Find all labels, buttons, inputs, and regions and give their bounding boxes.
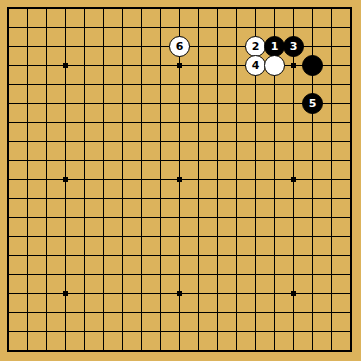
intersection[interactable]	[37, 151, 56, 170]
intersection[interactable]	[132, 132, 151, 151]
intersection[interactable]	[18, 265, 37, 284]
intersection[interactable]	[246, 151, 265, 170]
intersection[interactable]	[94, 170, 113, 189]
intersection[interactable]	[189, 341, 208, 360]
intersection[interactable]	[170, 265, 189, 284]
intersection[interactable]	[151, 18, 170, 37]
intersection[interactable]	[170, 151, 189, 170]
intersection[interactable]	[18, 75, 37, 94]
intersection[interactable]	[227, 170, 246, 189]
intersection[interactable]	[18, 284, 37, 303]
intersection[interactable]	[303, 227, 322, 246]
intersection[interactable]	[341, 18, 360, 37]
intersection[interactable]	[208, 284, 227, 303]
intersection[interactable]	[0, 303, 18, 322]
intersection[interactable]	[94, 208, 113, 227]
intersection[interactable]	[303, 0, 322, 18]
intersection[interactable]	[322, 113, 341, 132]
intersection[interactable]	[0, 113, 18, 132]
intersection[interactable]	[56, 189, 75, 208]
intersection[interactable]	[151, 208, 170, 227]
intersection[interactable]	[284, 227, 303, 246]
intersection[interactable]	[113, 132, 132, 151]
intersection[interactable]	[132, 151, 151, 170]
intersection[interactable]	[265, 151, 284, 170]
intersection[interactable]	[18, 208, 37, 227]
intersection[interactable]	[246, 75, 265, 94]
intersection[interactable]	[75, 303, 94, 322]
intersection[interactable]	[37, 284, 56, 303]
intersection[interactable]	[303, 265, 322, 284]
intersection[interactable]	[208, 189, 227, 208]
intersection[interactable]	[0, 246, 18, 265]
intersection[interactable]	[189, 265, 208, 284]
intersection[interactable]	[94, 151, 113, 170]
intersection[interactable]	[56, 56, 75, 75]
intersection[interactable]	[227, 75, 246, 94]
intersection[interactable]	[227, 56, 246, 75]
intersection[interactable]	[170, 208, 189, 227]
intersection[interactable]	[170, 189, 189, 208]
intersection[interactable]	[0, 341, 18, 360]
intersection[interactable]: 5	[303, 94, 322, 113]
intersection[interactable]	[75, 56, 94, 75]
intersection[interactable]	[132, 246, 151, 265]
intersection[interactable]	[151, 170, 170, 189]
intersection[interactable]	[227, 18, 246, 37]
intersection[interactable]	[151, 132, 170, 151]
intersection[interactable]	[37, 265, 56, 284]
intersection[interactable]	[284, 18, 303, 37]
intersection[interactable]	[189, 0, 208, 18]
intersection[interactable]	[75, 246, 94, 265]
intersection[interactable]	[18, 189, 37, 208]
intersection[interactable]	[0, 208, 18, 227]
intersection[interactable]	[18, 151, 37, 170]
intersection[interactable]	[284, 113, 303, 132]
intersection[interactable]	[18, 18, 37, 37]
intersection[interactable]	[37, 208, 56, 227]
intersection[interactable]: 6	[170, 37, 189, 56]
intersection[interactable]	[56, 132, 75, 151]
intersection[interactable]	[132, 37, 151, 56]
intersection[interactable]	[227, 284, 246, 303]
intersection[interactable]	[227, 132, 246, 151]
intersection[interactable]	[227, 151, 246, 170]
intersection[interactable]	[37, 170, 56, 189]
intersection[interactable]	[132, 227, 151, 246]
intersection[interactable]	[0, 132, 18, 151]
intersection[interactable]	[151, 94, 170, 113]
intersection[interactable]	[303, 341, 322, 360]
intersection[interactable]	[341, 113, 360, 132]
intersection[interactable]	[0, 189, 18, 208]
intersection[interactable]	[341, 151, 360, 170]
intersection[interactable]	[265, 265, 284, 284]
intersection[interactable]	[284, 208, 303, 227]
intersection[interactable]	[303, 246, 322, 265]
intersection[interactable]	[246, 303, 265, 322]
intersection[interactable]	[341, 265, 360, 284]
intersection[interactable]	[189, 170, 208, 189]
intersection[interactable]	[189, 37, 208, 56]
intersection[interactable]	[246, 208, 265, 227]
intersection[interactable]	[113, 37, 132, 56]
intersection[interactable]	[208, 132, 227, 151]
intersection[interactable]	[94, 246, 113, 265]
intersection[interactable]	[151, 246, 170, 265]
intersection[interactable]	[113, 265, 132, 284]
intersection[interactable]	[341, 303, 360, 322]
intersection[interactable]	[94, 0, 113, 18]
intersection[interactable]	[18, 56, 37, 75]
intersection[interactable]	[284, 170, 303, 189]
intersection[interactable]	[322, 75, 341, 94]
intersection[interactable]	[341, 75, 360, 94]
intersection[interactable]	[341, 208, 360, 227]
intersection[interactable]	[75, 37, 94, 56]
intersection[interactable]	[37, 56, 56, 75]
intersection[interactable]	[170, 132, 189, 151]
intersection[interactable]	[151, 75, 170, 94]
intersection[interactable]	[132, 75, 151, 94]
intersection[interactable]	[303, 284, 322, 303]
intersection[interactable]	[94, 227, 113, 246]
intersection[interactable]	[341, 284, 360, 303]
intersection[interactable]	[94, 113, 113, 132]
intersection[interactable]	[0, 284, 18, 303]
intersection[interactable]	[18, 0, 37, 18]
intersection[interactable]	[37, 113, 56, 132]
intersection[interactable]	[151, 265, 170, 284]
intersection[interactable]	[0, 0, 18, 18]
intersection[interactable]	[151, 56, 170, 75]
intersection[interactable]	[56, 113, 75, 132]
intersection[interactable]	[132, 113, 151, 132]
intersection[interactable]	[208, 227, 227, 246]
intersection[interactable]	[151, 151, 170, 170]
intersection[interactable]	[75, 113, 94, 132]
intersection[interactable]	[151, 113, 170, 132]
intersection[interactable]	[189, 94, 208, 113]
intersection[interactable]	[113, 113, 132, 132]
intersection[interactable]	[303, 18, 322, 37]
intersection[interactable]	[113, 75, 132, 94]
intersection[interactable]	[322, 0, 341, 18]
intersection[interactable]	[0, 18, 18, 37]
intersection[interactable]	[0, 227, 18, 246]
intersection[interactable]	[18, 246, 37, 265]
intersection[interactable]	[56, 208, 75, 227]
intersection[interactable]	[303, 189, 322, 208]
intersection[interactable]	[322, 189, 341, 208]
intersection[interactable]	[151, 227, 170, 246]
intersection[interactable]	[113, 322, 132, 341]
intersection[interactable]	[75, 227, 94, 246]
intersection[interactable]	[246, 170, 265, 189]
intersection[interactable]	[37, 37, 56, 56]
intersection[interactable]	[265, 0, 284, 18]
intersection[interactable]	[322, 265, 341, 284]
intersection[interactable]	[284, 151, 303, 170]
intersection[interactable]	[56, 37, 75, 56]
intersection[interactable]	[113, 303, 132, 322]
intersection[interactable]	[18, 37, 37, 56]
intersection[interactable]	[189, 322, 208, 341]
intersection[interactable]	[227, 208, 246, 227]
intersection[interactable]	[303, 208, 322, 227]
intersection[interactable]	[341, 227, 360, 246]
intersection[interactable]	[113, 170, 132, 189]
intersection[interactable]	[246, 18, 265, 37]
intersection[interactable]	[75, 94, 94, 113]
intersection[interactable]	[94, 303, 113, 322]
intersection[interactable]	[322, 246, 341, 265]
intersection[interactable]	[56, 322, 75, 341]
intersection[interactable]	[18, 94, 37, 113]
intersection[interactable]	[18, 341, 37, 360]
intersection[interactable]	[75, 284, 94, 303]
intersection[interactable]	[132, 94, 151, 113]
intersection[interactable]	[284, 56, 303, 75]
intersection[interactable]	[189, 132, 208, 151]
intersection[interactable]	[246, 94, 265, 113]
intersection[interactable]	[208, 246, 227, 265]
intersection[interactable]	[227, 37, 246, 56]
intersection[interactable]	[303, 113, 322, 132]
intersection[interactable]	[284, 303, 303, 322]
intersection[interactable]	[303, 170, 322, 189]
intersection[interactable]	[170, 0, 189, 18]
intersection[interactable]	[341, 322, 360, 341]
intersection[interactable]	[170, 322, 189, 341]
intersection[interactable]	[341, 132, 360, 151]
intersection[interactable]	[227, 322, 246, 341]
intersection[interactable]	[56, 151, 75, 170]
intersection[interactable]	[341, 94, 360, 113]
intersection[interactable]	[246, 341, 265, 360]
intersection[interactable]	[246, 227, 265, 246]
intersection[interactable]	[151, 189, 170, 208]
intersection[interactable]	[341, 246, 360, 265]
intersection[interactable]	[132, 322, 151, 341]
intersection[interactable]	[132, 0, 151, 18]
intersection[interactable]	[132, 170, 151, 189]
intersection[interactable]	[265, 18, 284, 37]
intersection[interactable]	[284, 75, 303, 94]
intersection[interactable]	[170, 75, 189, 94]
intersection[interactable]	[37, 75, 56, 94]
intersection[interactable]	[113, 341, 132, 360]
intersection[interactable]	[94, 284, 113, 303]
intersection[interactable]	[284, 341, 303, 360]
intersection[interactable]	[94, 265, 113, 284]
intersection[interactable]	[208, 322, 227, 341]
intersection[interactable]	[94, 132, 113, 151]
intersection[interactable]	[322, 170, 341, 189]
intersection[interactable]	[56, 341, 75, 360]
intersection[interactable]	[94, 18, 113, 37]
intersection[interactable]	[56, 0, 75, 18]
intersection[interactable]	[246, 189, 265, 208]
intersection[interactable]	[265, 56, 284, 75]
intersection[interactable]	[322, 227, 341, 246]
intersection[interactable]	[246, 0, 265, 18]
intersection[interactable]	[265, 284, 284, 303]
intersection[interactable]	[227, 227, 246, 246]
intersection[interactable]	[75, 18, 94, 37]
intersection[interactable]	[132, 303, 151, 322]
intersection[interactable]	[132, 284, 151, 303]
intersection[interactable]	[208, 170, 227, 189]
intersection[interactable]	[113, 0, 132, 18]
intersection[interactable]	[56, 75, 75, 94]
intersection[interactable]	[208, 303, 227, 322]
intersection[interactable]	[170, 227, 189, 246]
intersection[interactable]	[189, 18, 208, 37]
intersection[interactable]	[265, 170, 284, 189]
intersection[interactable]	[246, 246, 265, 265]
intersection[interactable]	[132, 189, 151, 208]
intersection[interactable]	[189, 284, 208, 303]
intersection[interactable]	[37, 341, 56, 360]
intersection[interactable]	[322, 151, 341, 170]
intersection[interactable]	[0, 265, 18, 284]
intersection[interactable]: 4	[246, 56, 265, 75]
intersection[interactable]	[37, 189, 56, 208]
intersection[interactable]	[37, 322, 56, 341]
intersection[interactable]	[227, 113, 246, 132]
intersection[interactable]	[227, 94, 246, 113]
intersection[interactable]	[303, 37, 322, 56]
intersection[interactable]	[265, 113, 284, 132]
intersection[interactable]	[151, 341, 170, 360]
intersection[interactable]	[94, 94, 113, 113]
intersection[interactable]	[246, 322, 265, 341]
intersection[interactable]	[18, 227, 37, 246]
intersection[interactable]	[208, 56, 227, 75]
intersection[interactable]	[56, 170, 75, 189]
intersection[interactable]	[208, 37, 227, 56]
intersection[interactable]	[170, 56, 189, 75]
intersection[interactable]	[189, 189, 208, 208]
intersection[interactable]	[0, 94, 18, 113]
intersection[interactable]	[170, 303, 189, 322]
intersection[interactable]	[37, 132, 56, 151]
intersection[interactable]	[303, 151, 322, 170]
intersection[interactable]	[94, 75, 113, 94]
intersection[interactable]	[189, 246, 208, 265]
intersection[interactable]	[75, 189, 94, 208]
intersection[interactable]	[94, 341, 113, 360]
intersection[interactable]	[303, 75, 322, 94]
intersection[interactable]	[341, 341, 360, 360]
intersection[interactable]	[170, 94, 189, 113]
intersection[interactable]	[0, 56, 18, 75]
intersection[interactable]	[37, 0, 56, 18]
intersection[interactable]	[37, 94, 56, 113]
intersection[interactable]	[0, 322, 18, 341]
intersection[interactable]	[341, 0, 360, 18]
intersection[interactable]	[113, 189, 132, 208]
intersection[interactable]	[151, 0, 170, 18]
intersection[interactable]	[75, 75, 94, 94]
intersection[interactable]	[170, 170, 189, 189]
intersection[interactable]	[132, 18, 151, 37]
intersection[interactable]	[18, 303, 37, 322]
intersection[interactable]	[284, 265, 303, 284]
intersection[interactable]	[18, 170, 37, 189]
intersection[interactable]	[132, 341, 151, 360]
intersection[interactable]	[265, 132, 284, 151]
intersection[interactable]	[284, 94, 303, 113]
intersection[interactable]	[18, 322, 37, 341]
intersection[interactable]	[265, 227, 284, 246]
intersection[interactable]	[265, 208, 284, 227]
intersection[interactable]	[322, 18, 341, 37]
intersection[interactable]	[227, 265, 246, 284]
intersection[interactable]	[56, 265, 75, 284]
intersection[interactable]	[189, 75, 208, 94]
intersection[interactable]	[322, 37, 341, 56]
intersection[interactable]	[265, 322, 284, 341]
intersection[interactable]	[246, 265, 265, 284]
intersection[interactable]	[113, 227, 132, 246]
intersection[interactable]: 3	[284, 37, 303, 56]
intersection[interactable]	[189, 303, 208, 322]
intersection[interactable]	[208, 94, 227, 113]
intersection[interactable]	[303, 132, 322, 151]
intersection[interactable]	[227, 189, 246, 208]
intersection[interactable]	[208, 341, 227, 360]
intersection[interactable]	[208, 208, 227, 227]
intersection[interactable]	[56, 227, 75, 246]
intersection[interactable]	[322, 284, 341, 303]
intersection[interactable]	[284, 284, 303, 303]
intersection[interactable]	[170, 284, 189, 303]
intersection[interactable]	[170, 341, 189, 360]
intersection[interactable]	[303, 56, 322, 75]
intersection[interactable]: 1	[265, 37, 284, 56]
intersection[interactable]	[94, 56, 113, 75]
intersection[interactable]	[341, 170, 360, 189]
intersection[interactable]	[94, 37, 113, 56]
intersection[interactable]	[246, 113, 265, 132]
intersection[interactable]	[303, 322, 322, 341]
intersection[interactable]	[113, 246, 132, 265]
intersection[interactable]	[75, 341, 94, 360]
intersection[interactable]	[75, 322, 94, 341]
intersection[interactable]	[284, 132, 303, 151]
intersection[interactable]	[0, 151, 18, 170]
intersection[interactable]	[322, 56, 341, 75]
intersection[interactable]	[322, 322, 341, 341]
intersection[interactable]	[341, 189, 360, 208]
intersection[interactable]	[0, 75, 18, 94]
intersection[interactable]	[113, 208, 132, 227]
intersection[interactable]	[37, 303, 56, 322]
intersection[interactable]	[75, 151, 94, 170]
intersection[interactable]	[18, 113, 37, 132]
intersection[interactable]	[18, 132, 37, 151]
intersection[interactable]	[75, 265, 94, 284]
intersection[interactable]	[189, 208, 208, 227]
intersection[interactable]	[75, 208, 94, 227]
intersection[interactable]	[322, 341, 341, 360]
intersection[interactable]	[132, 265, 151, 284]
intersection[interactable]	[75, 170, 94, 189]
intersection[interactable]	[56, 18, 75, 37]
